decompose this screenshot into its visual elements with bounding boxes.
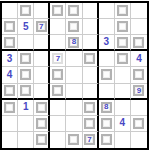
cell-r2c9: [131, 19, 147, 35]
cell-r2c6: [83, 19, 99, 35]
cell-r9c7: [99, 132, 115, 148]
cell-r6c3: [34, 84, 50, 100]
entered-digit-r3c5: 8: [72, 38, 76, 46]
cell-r3c3: [34, 35, 50, 51]
input-box-r5c7[interactable]: [101, 69, 112, 80]
cell-r4c4: 7: [50, 51, 66, 67]
input-box-r8c3[interactable]: [36, 118, 47, 129]
cell-r5c3: [34, 67, 50, 83]
cell-r3c7: 3: [99, 35, 115, 51]
input-box-r6c4[interactable]: [52, 85, 63, 96]
input-box-r9c5[interactable]: [68, 134, 79, 145]
cell-r8c6: [83, 116, 99, 132]
cell-r5c9: [131, 67, 147, 83]
cell-r5c2: [18, 67, 34, 83]
input-box-r7c7[interactable]: 8: [101, 102, 112, 113]
input-box-r7c6[interactable]: [84, 102, 95, 113]
cell-r4c3: [34, 51, 50, 67]
input-box-r3c1[interactable]: [4, 37, 15, 48]
input-box-r2c3[interactable]: 7: [36, 21, 47, 32]
given-digit-r4c1: 3: [7, 54, 13, 64]
cell-r8c4: [50, 116, 66, 132]
cell-r6c2: [18, 84, 34, 100]
given-digit-r5c1: 4: [7, 70, 13, 80]
cell-r8c2: [18, 116, 34, 132]
input-box-r5c2[interactable]: [20, 69, 31, 80]
input-box-r8c9[interactable]: [133, 118, 144, 129]
cell-r1c7: [99, 3, 115, 19]
cell-r6c1: [2, 84, 18, 100]
input-box-r4c8[interactable]: [117, 53, 128, 64]
cell-r3c8: [115, 35, 131, 51]
cell-r4c1: 3: [2, 51, 18, 67]
input-box-r4c2[interactable]: [20, 53, 31, 64]
cell-r9c1: [2, 132, 18, 148]
cell-r8c8: 4: [115, 116, 131, 132]
input-box-r6c9[interactable]: 9: [133, 85, 144, 96]
cell-r3c1: [2, 35, 18, 51]
cell-r4c2: [18, 51, 34, 67]
input-box-r6c2[interactable]: [20, 85, 31, 96]
input-box-r1c2[interactable]: [20, 5, 31, 16]
cell-r3c9: [131, 35, 147, 51]
cell-r4c9: 4: [131, 51, 147, 67]
input-box-r9c6[interactable]: 7: [84, 134, 95, 145]
entered-digit-r2c3: 7: [39, 23, 43, 31]
cell-r3c6: [83, 35, 99, 51]
cell-r7c1: [2, 100, 18, 116]
cell-r2c4: [50, 19, 66, 35]
given-digit-r4c9: 4: [136, 54, 142, 64]
input-box-r6c1[interactable]: [4, 85, 15, 96]
cell-r6c7: [99, 84, 115, 100]
input-box-r7c3[interactable]: [36, 102, 47, 113]
input-box-r9c3[interactable]: [36, 134, 47, 145]
input-box-r1c4[interactable]: [52, 5, 63, 16]
cell-r1c6: [83, 3, 99, 19]
cell-r2c5: [66, 19, 82, 35]
input-box-r8c7[interactable]: [101, 118, 112, 129]
cell-r1c8: [115, 3, 131, 19]
input-box-r1c8[interactable]: [117, 5, 128, 16]
cell-r9c4: [50, 132, 66, 148]
cell-r9c8: [115, 132, 131, 148]
cell-r7c8: [115, 100, 131, 116]
cell-r8c5: [66, 116, 82, 132]
cell-r9c3: [34, 132, 50, 148]
entered-digit-r6c9: 9: [137, 87, 141, 95]
given-digit-r7c2: 1: [23, 102, 29, 112]
cell-r5c6: [83, 67, 99, 83]
cell-r4c8: [115, 51, 131, 67]
input-box-r2c5[interactable]: [68, 21, 79, 32]
input-box-r3c8[interactable]: [117, 37, 128, 48]
cell-r8c1: [2, 116, 18, 132]
input-box-r5c9[interactable]: [133, 69, 144, 80]
sudoku-board: 5783374491847: [0, 1, 149, 150]
cell-r8c7: [99, 116, 115, 132]
cell-r2c3: 7: [34, 19, 50, 35]
cell-r3c2: [18, 35, 34, 51]
input-box-r2c1[interactable]: [4, 21, 15, 32]
cell-r7c5: [66, 100, 82, 116]
input-box-r4c6[interactable]: [84, 53, 95, 64]
cell-r9c2: [18, 132, 34, 148]
cell-r2c8: [115, 19, 131, 35]
cell-r8c9: [131, 116, 147, 132]
entered-digit-r4c4: 7: [56, 55, 60, 63]
cell-r1c3: [34, 3, 50, 19]
input-box-r5c4[interactable]: [52, 69, 63, 80]
cell-r7c6: [83, 100, 99, 116]
cell-r5c4: [50, 67, 66, 83]
cell-r5c1: 4: [2, 67, 18, 83]
cell-r2c1: [2, 19, 18, 35]
cell-r1c9: [131, 3, 147, 19]
cell-r7c4: [50, 100, 66, 116]
cell-r2c7: [99, 19, 115, 35]
entered-digit-r7c7: 8: [104, 103, 108, 111]
cell-r7c2: 1: [18, 100, 34, 116]
cell-r6c8: [115, 84, 131, 100]
cell-r6c6: [83, 84, 99, 100]
cell-r9c6: 7: [83, 132, 99, 148]
cell-r5c7: [99, 67, 115, 83]
cell-r3c4: [50, 35, 66, 51]
cell-r7c3: [34, 100, 50, 116]
input-box-r2c8[interactable]: [117, 21, 128, 32]
input-box-r4c4[interactable]: 7: [52, 53, 63, 64]
input-box-r8c6[interactable]: [84, 118, 95, 129]
cell-r9c5: [66, 132, 82, 148]
cell-r1c1: [2, 3, 18, 19]
cell-r5c8: [115, 67, 131, 83]
given-digit-r8c8: 4: [120, 118, 126, 128]
cell-r3c5: 8: [66, 35, 82, 51]
cell-r1c4: [50, 3, 66, 19]
input-box-r3c9[interactable]: [133, 37, 144, 48]
cell-r8c3: [34, 116, 50, 132]
cell-r6c4: [50, 84, 66, 100]
cell-r9c9: [131, 132, 147, 148]
cell-r1c2: [18, 3, 34, 19]
given-digit-r2c2: 5: [23, 22, 29, 32]
cell-r4c5: [66, 51, 82, 67]
cell-r6c9: 9: [131, 84, 147, 100]
given-digit-r3c7: 3: [103, 37, 109, 47]
input-box-r7c1[interactable]: [4, 102, 15, 113]
cell-r4c6: [83, 51, 99, 67]
cell-r6c5: [66, 84, 82, 100]
entered-digit-r9c6: 7: [87, 136, 91, 144]
cell-r7c7: 8: [99, 100, 115, 116]
input-box-r1c5[interactable]: [68, 5, 79, 16]
cell-r1c5: [66, 3, 82, 19]
input-box-r9c7[interactable]: [101, 134, 112, 145]
input-box-r3c5[interactable]: 8: [68, 37, 79, 48]
cell-r2c2: 5: [18, 19, 34, 35]
cell-r7c9: [131, 100, 147, 116]
cell-r5c5: [66, 67, 82, 83]
cell-r4c7: [99, 51, 115, 67]
